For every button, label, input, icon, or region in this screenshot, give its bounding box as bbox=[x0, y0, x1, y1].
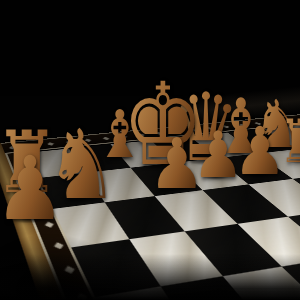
photo-stage: ◆ ◆ ◆ ◆ ◆ ◆ ◆ ◆ ◆ ◆ ◆ ◆ ◆ ◆ ◆ ◆ ◆ ◆ ◆ ◆ … bbox=[0, 0, 300, 300]
pawn-piece: ♟ bbox=[0, 145, 66, 233]
pawn-piece: ♟ bbox=[149, 129, 205, 199]
